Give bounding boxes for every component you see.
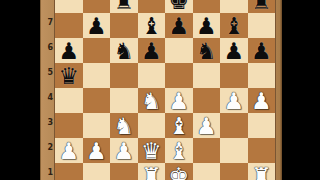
square-d8[interactable]	[138, 0, 166, 13]
square-g1[interactable]	[220, 163, 248, 180]
square-e8[interactable]: ♚	[165, 0, 193, 13]
square-c6[interactable]: ♞	[110, 38, 138, 63]
square-a3[interactable]	[55, 113, 83, 138]
square-b4[interactable]	[83, 88, 111, 113]
piece-white-bishop: ♝	[168, 114, 189, 139]
square-a1[interactable]	[55, 163, 83, 180]
square-e3[interactable]: ♝	[165, 113, 193, 138]
rank-label-4: 4	[40, 94, 53, 102]
square-g6[interactable]: ♟	[220, 38, 248, 63]
square-e7[interactable]: ♟	[165, 13, 193, 38]
piece-white-pawn: ♟	[223, 89, 244, 114]
rank-label-1: 1	[40, 169, 53, 177]
square-b8[interactable]	[83, 0, 111, 13]
square-h3[interactable]	[248, 113, 276, 138]
piece-black-pawn: ♟	[86, 14, 107, 39]
piece-black-rook: ♜	[113, 0, 134, 14]
square-b1[interactable]	[83, 163, 111, 180]
square-b2[interactable]: ♟	[83, 138, 111, 163]
square-c5[interactable]	[110, 63, 138, 88]
square-f2[interactable]	[193, 138, 221, 163]
rank-label-5: 5	[40, 69, 53, 77]
square-g7[interactable]: ♝	[220, 13, 248, 38]
piece-white-pawn: ♟	[113, 139, 134, 164]
square-f5[interactable]	[193, 63, 221, 88]
piece-black-knight: ♞	[196, 39, 217, 64]
rank-label-2: 2	[40, 144, 53, 152]
square-b7[interactable]: ♟	[83, 13, 111, 38]
piece-white-bishop: ♝	[168, 139, 189, 164]
chess-thumbnail: 87654321 ♜♚♜♟♝♟♟♝♟♞♟♞♟♟♛♞♟♟♟♞♝♟♟♟♟♛♝♜♚♜	[0, 0, 320, 180]
square-a8[interactable]	[55, 0, 83, 13]
square-a2[interactable]: ♟	[55, 138, 83, 163]
square-f4[interactable]	[193, 88, 221, 113]
square-e4[interactable]: ♟	[165, 88, 193, 113]
square-d2[interactable]: ♛	[138, 138, 166, 163]
piece-white-pawn: ♟	[86, 139, 107, 164]
square-a4[interactable]	[55, 88, 83, 113]
square-c2[interactable]: ♟	[110, 138, 138, 163]
square-c7[interactable]	[110, 13, 138, 38]
square-c4[interactable]	[110, 88, 138, 113]
piece-black-pawn: ♟	[141, 39, 162, 64]
rank-label-6: 6	[40, 44, 53, 52]
chess-board: ♜♚♜♟♝♟♟♝♟♞♟♞♟♟♛♞♟♟♟♞♝♟♟♟♟♛♝♜♚♜	[55, 0, 275, 180]
square-b6[interactable]	[83, 38, 111, 63]
square-e6[interactable]	[165, 38, 193, 63]
square-g8[interactable]	[220, 0, 248, 13]
piece-black-queen: ♛	[58, 64, 79, 89]
square-h4[interactable]: ♟	[248, 88, 276, 113]
piece-black-bishop: ♝	[141, 14, 162, 39]
square-g2[interactable]	[220, 138, 248, 163]
square-g3[interactable]	[220, 113, 248, 138]
square-e2[interactable]: ♝	[165, 138, 193, 163]
square-f7[interactable]: ♟	[193, 13, 221, 38]
rank-label-8: 8	[40, 0, 53, 2]
piece-white-pawn: ♟	[168, 89, 189, 114]
square-a7[interactable]	[55, 13, 83, 38]
piece-white-pawn: ♟	[58, 139, 79, 164]
piece-white-king: ♚	[168, 164, 189, 180]
square-h8[interactable]: ♜	[248, 0, 276, 13]
square-d1[interactable]: ♜	[138, 163, 166, 180]
square-f6[interactable]: ♞	[193, 38, 221, 63]
square-c8[interactable]: ♜	[110, 0, 138, 13]
square-d6[interactable]: ♟	[138, 38, 166, 63]
square-e5[interactable]	[165, 63, 193, 88]
piece-black-pawn: ♟	[251, 39, 272, 64]
square-h2[interactable]	[248, 138, 276, 163]
square-a5[interactable]: ♛	[55, 63, 83, 88]
square-f8[interactable]	[193, 0, 221, 13]
square-h5[interactable]	[248, 63, 276, 88]
piece-black-pawn: ♟	[168, 14, 189, 39]
square-g5[interactable]	[220, 63, 248, 88]
piece-white-rook: ♜	[141, 164, 162, 180]
square-d4[interactable]: ♞	[138, 88, 166, 113]
rank-label-3: 3	[40, 119, 53, 127]
piece-white-pawn: ♟	[196, 114, 217, 139]
piece-white-rook: ♜	[251, 164, 272, 180]
square-c3[interactable]: ♞	[110, 113, 138, 138]
square-c1[interactable]	[110, 163, 138, 180]
square-g4[interactable]: ♟	[220, 88, 248, 113]
rank-label-7: 7	[40, 19, 53, 27]
square-b5[interactable]	[83, 63, 111, 88]
square-h6[interactable]: ♟	[248, 38, 276, 63]
square-d7[interactable]: ♝	[138, 13, 166, 38]
piece-white-knight: ♞	[113, 114, 134, 139]
piece-black-pawn: ♟	[223, 39, 244, 64]
piece-black-knight: ♞	[113, 39, 134, 64]
piece-white-knight: ♞	[141, 89, 162, 114]
piece-black-pawn: ♟	[196, 14, 217, 39]
square-d3[interactable]	[138, 113, 166, 138]
piece-black-bishop: ♝	[223, 14, 244, 39]
square-d5[interactable]	[138, 63, 166, 88]
piece-white-pawn: ♟	[251, 89, 272, 114]
square-e1[interactable]: ♚	[165, 163, 193, 180]
piece-white-queen: ♛	[141, 139, 162, 164]
piece-black-pawn: ♟	[58, 39, 79, 64]
piece-black-rook: ♜	[251, 0, 272, 14]
square-b3[interactable]	[83, 113, 111, 138]
square-f1[interactable]	[193, 163, 221, 180]
square-a6[interactable]: ♟	[55, 38, 83, 63]
square-f3[interactable]: ♟	[193, 113, 221, 138]
square-h1[interactable]: ♜	[248, 163, 276, 180]
piece-black-king: ♚	[168, 0, 189, 14]
square-h7[interactable]	[248, 13, 276, 38]
